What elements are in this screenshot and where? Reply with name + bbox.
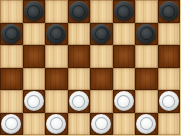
board-square-light[interactable] — [23, 68, 46, 91]
board-square-light[interactable] — [135, 90, 158, 113]
black-checker[interactable] — [136, 24, 156, 44]
board-square-dark[interactable] — [23, 90, 46, 113]
board-square-light[interactable] — [90, 0, 113, 23]
board-square-dark[interactable] — [23, 45, 46, 68]
board-square-dark[interactable] — [158, 90, 181, 113]
black-checker[interactable] — [1, 24, 21, 44]
board-square-light[interactable] — [0, 0, 23, 23]
board-square-dark[interactable] — [90, 68, 113, 91]
board-square-dark[interactable] — [0, 113, 23, 136]
board-square-light[interactable] — [158, 23, 181, 46]
white-checker[interactable] — [136, 114, 156, 134]
white-checker[interactable] — [159, 91, 179, 111]
board-square-dark[interactable] — [113, 90, 136, 113]
board-square-light[interactable] — [158, 68, 181, 91]
board-square-light[interactable] — [45, 0, 68, 23]
black-checker[interactable] — [24, 1, 44, 21]
board-square-light[interactable] — [45, 45, 68, 68]
black-checker[interactable] — [46, 24, 66, 44]
board-square-light[interactable] — [68, 23, 91, 46]
board-square-dark[interactable] — [45, 113, 68, 136]
black-checker[interactable] — [91, 24, 111, 44]
board-square-light[interactable] — [0, 45, 23, 68]
board-square-dark[interactable] — [68, 0, 91, 23]
board-square-dark[interactable] — [23, 0, 46, 23]
board-square-light[interactable] — [90, 45, 113, 68]
board-square-light[interactable] — [45, 90, 68, 113]
white-checker[interactable] — [91, 114, 111, 134]
black-checker[interactable] — [114, 1, 134, 21]
board-square-light[interactable] — [135, 45, 158, 68]
board-square-dark[interactable] — [135, 23, 158, 46]
board-square-light[interactable] — [113, 68, 136, 91]
board-square-dark[interactable] — [158, 45, 181, 68]
white-checker[interactable] — [46, 114, 66, 134]
white-checker[interactable] — [114, 91, 134, 111]
board-square-dark[interactable] — [113, 45, 136, 68]
board-square-light[interactable] — [158, 113, 181, 136]
board-square-dark[interactable] — [0, 68, 23, 91]
board-square-light[interactable] — [68, 113, 91, 136]
board-square-dark[interactable] — [68, 45, 91, 68]
board-square-dark[interactable] — [135, 68, 158, 91]
black-checker[interactable] — [69, 1, 89, 21]
board-square-light[interactable] — [90, 90, 113, 113]
board-square-dark[interactable] — [158, 0, 181, 23]
white-checker[interactable] — [24, 91, 44, 111]
board-square-light[interactable] — [68, 68, 91, 91]
board-square-dark[interactable] — [45, 23, 68, 46]
board-square-dark[interactable] — [68, 90, 91, 113]
black-checker[interactable] — [159, 1, 179, 21]
white-checker[interactable] — [1, 114, 21, 134]
board-square-light[interactable] — [23, 113, 46, 136]
board-square-dark[interactable] — [113, 0, 136, 23]
white-checker[interactable] — [69, 91, 89, 111]
board-square-dark[interactable] — [0, 23, 23, 46]
board-square-light[interactable] — [135, 0, 158, 23]
board-square-light[interactable] — [23, 23, 46, 46]
board-square-light[interactable] — [113, 23, 136, 46]
board-square-dark[interactable] — [45, 68, 68, 91]
board-square-dark[interactable] — [90, 23, 113, 46]
board-square-light[interactable] — [113, 113, 136, 136]
checkers-board — [0, 0, 180, 135]
board-square-light[interactable] — [0, 90, 23, 113]
board-square-dark[interactable] — [90, 113, 113, 136]
board-square-dark[interactable] — [135, 113, 158, 136]
